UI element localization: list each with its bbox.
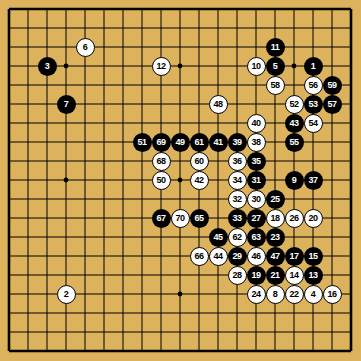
stone-black-9: 9 — [285, 171, 304, 190]
stone-white-16: 16 — [323, 285, 342, 304]
stone-black-25: 25 — [266, 190, 285, 209]
stone-white-40: 40 — [247, 114, 266, 133]
stone-white-2: 2 — [57, 285, 76, 304]
stone-black-67: 67 — [152, 209, 171, 228]
stone-white-28: 28 — [228, 266, 247, 285]
stone-white-68: 68 — [152, 152, 171, 171]
stone-black-63: 63 — [247, 228, 266, 247]
stone-white-66: 66 — [190, 247, 209, 266]
stone-white-20: 20 — [304, 209, 323, 228]
go-board: 1234567891011121314151617181920212223242… — [0, 0, 361, 361]
hoshi-point — [64, 178, 69, 183]
stone-black-61: 61 — [190, 133, 209, 152]
hoshi-point — [178, 64, 183, 69]
stone-black-21: 21 — [266, 266, 285, 285]
stone-white-42: 42 — [190, 171, 209, 190]
stone-black-11: 11 — [266, 38, 285, 57]
stone-white-24: 24 — [247, 285, 266, 304]
stone-white-56: 56 — [304, 76, 323, 95]
stone-black-31: 31 — [247, 171, 266, 190]
stone-black-5: 5 — [266, 57, 285, 76]
hoshi-point — [178, 292, 183, 297]
stone-white-38: 38 — [247, 133, 266, 152]
stone-black-65: 65 — [190, 209, 209, 228]
stone-black-47: 47 — [266, 247, 285, 266]
stone-white-70: 70 — [171, 209, 190, 228]
stone-white-48: 48 — [209, 95, 228, 114]
stone-black-29: 29 — [228, 247, 247, 266]
stone-white-32: 32 — [228, 190, 247, 209]
stone-black-33: 33 — [228, 209, 247, 228]
stone-white-14: 14 — [285, 266, 304, 285]
stone-white-54: 54 — [304, 114, 323, 133]
stone-white-6: 6 — [76, 38, 95, 57]
stone-white-62: 62 — [228, 228, 247, 247]
stone-white-36: 36 — [228, 152, 247, 171]
stone-white-34: 34 — [228, 171, 247, 190]
stone-black-39: 39 — [228, 133, 247, 152]
stone-white-8: 8 — [266, 285, 285, 304]
stone-black-69: 69 — [152, 133, 171, 152]
stone-black-57: 57 — [323, 95, 342, 114]
hoshi-point — [178, 178, 183, 183]
stone-white-52: 52 — [285, 95, 304, 114]
stone-white-22: 22 — [285, 285, 304, 304]
stone-black-17: 17 — [285, 247, 304, 266]
stone-black-1: 1 — [304, 57, 323, 76]
stone-white-18: 18 — [266, 209, 285, 228]
stone-black-59: 59 — [323, 76, 342, 95]
stone-black-49: 49 — [171, 133, 190, 152]
stone-white-58: 58 — [266, 76, 285, 95]
stone-white-26: 26 — [285, 209, 304, 228]
stone-black-37: 37 — [304, 171, 323, 190]
stone-white-60: 60 — [190, 152, 209, 171]
hoshi-point — [292, 64, 297, 69]
stone-white-10: 10 — [247, 57, 266, 76]
hoshi-point — [64, 64, 69, 69]
stone-white-30: 30 — [247, 190, 266, 209]
stone-white-46: 46 — [247, 247, 266, 266]
stone-black-51: 51 — [133, 133, 152, 152]
stone-black-53: 53 — [304, 95, 323, 114]
stone-black-43: 43 — [285, 114, 304, 133]
stone-black-41: 41 — [209, 133, 228, 152]
stone-black-15: 15 — [304, 247, 323, 266]
stone-black-55: 55 — [285, 133, 304, 152]
stone-white-12: 12 — [152, 57, 171, 76]
stone-white-4: 4 — [304, 285, 323, 304]
stone-black-23: 23 — [266, 228, 285, 247]
stone-black-7: 7 — [57, 95, 76, 114]
stone-black-45: 45 — [209, 228, 228, 247]
stone-black-13: 13 — [304, 266, 323, 285]
stone-white-44: 44 — [209, 247, 228, 266]
stone-black-35: 35 — [247, 152, 266, 171]
stone-white-50: 50 — [152, 171, 171, 190]
stone-black-3: 3 — [38, 57, 57, 76]
stone-black-19: 19 — [247, 266, 266, 285]
stone-black-27: 27 — [247, 209, 266, 228]
